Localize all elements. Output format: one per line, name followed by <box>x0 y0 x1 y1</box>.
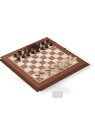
white-rook: ♜ <box>72 57 78 63</box>
reflection-shadow <box>52 91 63 98</box>
product-image[interactable]: ♜♞♝♛♚♝♞♜♟♟♟♟♟♟♟♟♟♟♟♟♟♟♟♟♜♞♝♛♚♝♞♜ <box>0 0 95 126</box>
hinge-icon <box>54 42 57 43</box>
hinge-icon <box>64 48 67 49</box>
chess-board: ♜♞♝♛♚♝♞♜♟♟♟♟♟♟♟♟♟♟♟♟♟♟♟♟♜♞♝♛♚♝♞♜ <box>0 37 87 89</box>
